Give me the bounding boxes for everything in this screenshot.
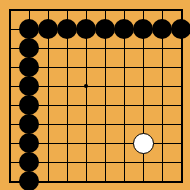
go-board-stones [0, 0, 190, 190]
black-stone [152, 19, 172, 39]
black-stone [19, 114, 39, 134]
black-stone [57, 19, 77, 39]
black-stone [19, 152, 39, 172]
black-stone [95, 19, 115, 39]
black-stone [19, 76, 39, 96]
black-stone [19, 95, 39, 115]
black-stone [114, 19, 134, 39]
black-stone [19, 133, 39, 153]
white-stone [133, 133, 154, 154]
black-stone [171, 19, 190, 39]
go-board[interactable] [0, 0, 190, 190]
black-stone [19, 19, 39, 39]
black-stone [133, 19, 153, 39]
black-stone [19, 57, 39, 77]
star-point [84, 84, 88, 88]
black-stone [19, 38, 39, 58]
black-stone [76, 19, 96, 39]
black-stone [38, 19, 58, 39]
black-stone [19, 171, 39, 190]
